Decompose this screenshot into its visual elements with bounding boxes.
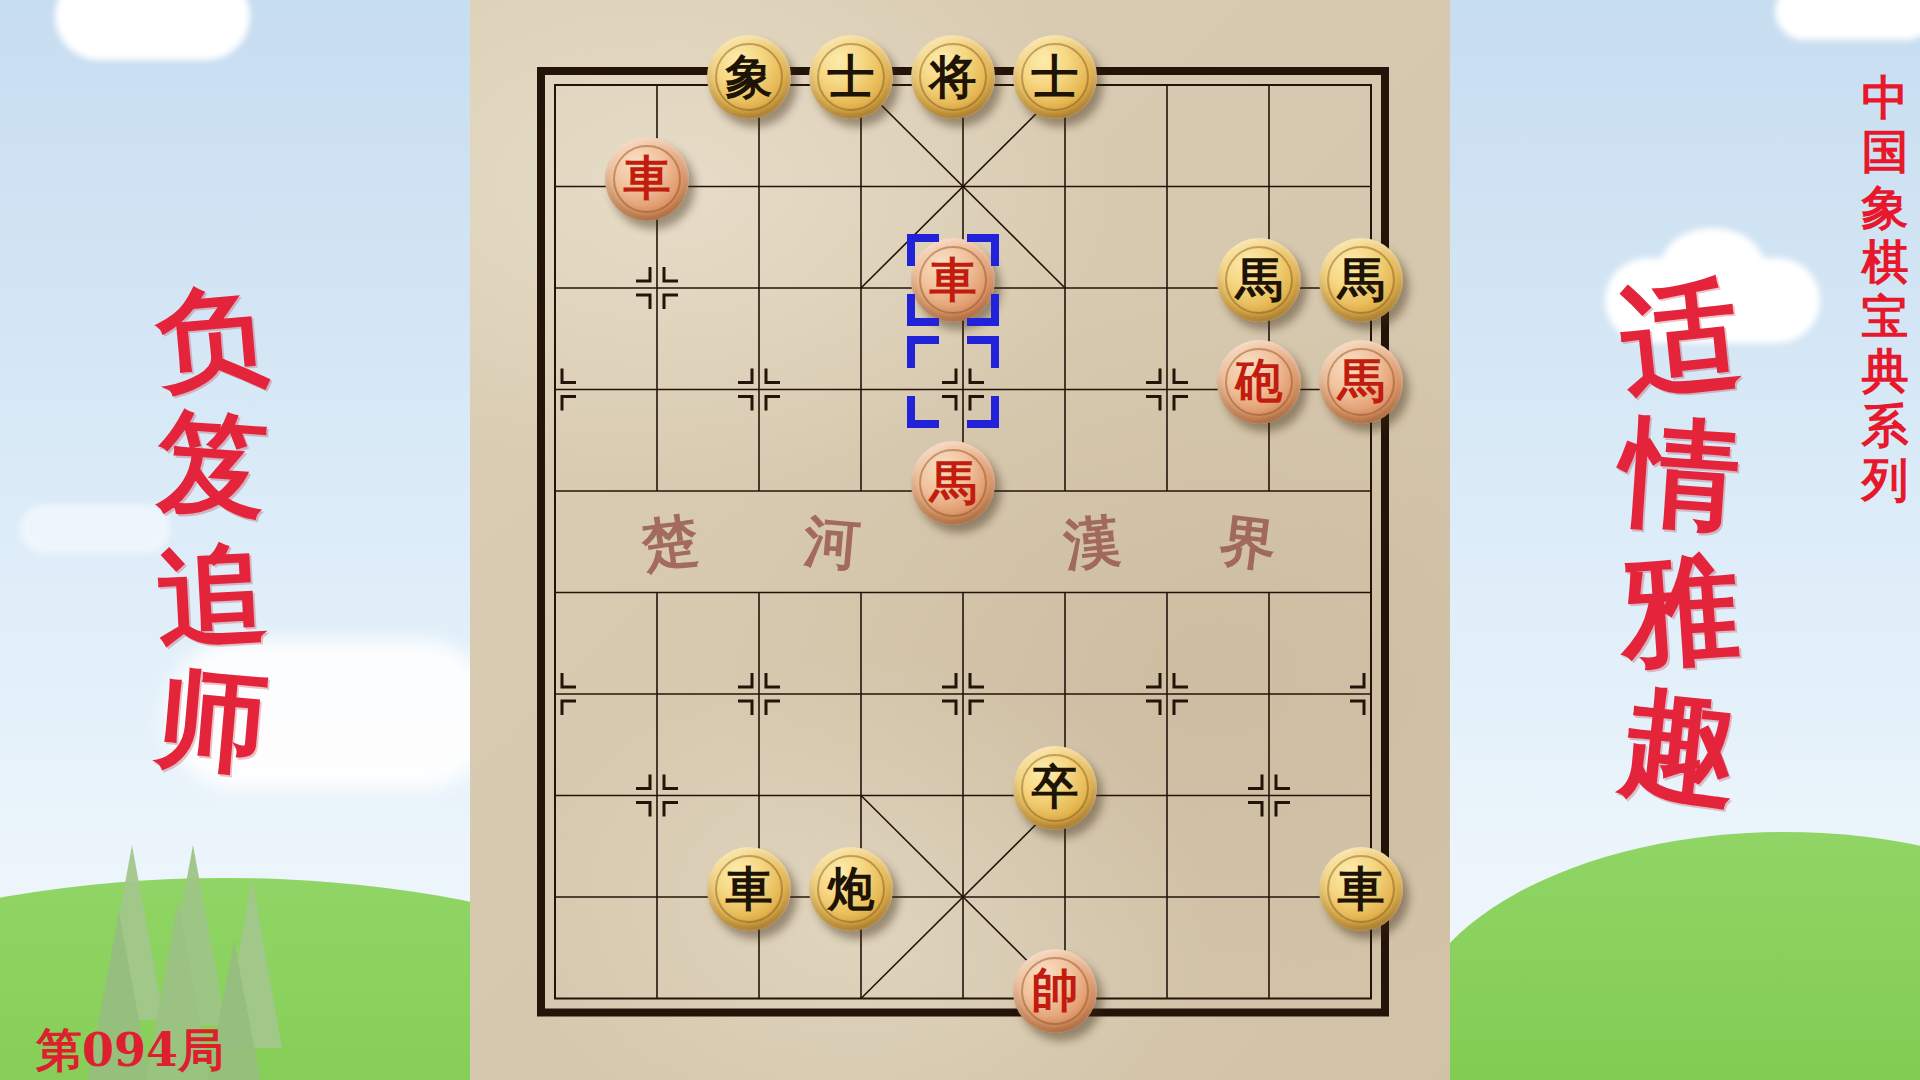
- piece-character: 砲: [1236, 357, 1283, 404]
- board-panel: 楚河漢界 象士将士車車馬馬砲馬馬卒車炮車帥: [470, 0, 1450, 1080]
- piece-red-砲[interactable]: 砲: [1217, 340, 1301, 424]
- piece-black-車[interactable]: 車: [1319, 847, 1403, 931]
- selection-brackets: [907, 336, 999, 428]
- piece-character: 車: [726, 865, 773, 912]
- hill-right: [1405, 832, 1920, 1080]
- piece-character: 帥: [1032, 966, 1079, 1013]
- piece-character: 士: [1032, 53, 1079, 100]
- title-character: 棋: [1862, 231, 1909, 294]
- piece-red-馬[interactable]: 馬: [1319, 340, 1403, 424]
- title-character: 国: [1862, 121, 1909, 184]
- piece-character: 馬: [1338, 256, 1385, 303]
- piece-character: 車: [624, 154, 671, 201]
- piece-character: 馬: [1338, 357, 1385, 404]
- piece-character: 車: [1338, 865, 1385, 912]
- piece-black-士[interactable]: 士: [1013, 35, 1097, 119]
- title-character: 列: [1862, 449, 1909, 512]
- piece-red-馬[interactable]: 馬: [911, 441, 995, 525]
- cloud-left-faint: [20, 505, 170, 553]
- cloud-top-right: [1775, 0, 1920, 40]
- piece-character: 馬: [930, 459, 977, 506]
- piece-black-将[interactable]: 将: [911, 35, 995, 119]
- piece-black-馬[interactable]: 馬: [1319, 238, 1403, 322]
- piece-character: 象: [726, 53, 773, 100]
- title-character: 趣: [1613, 662, 1747, 833]
- piece-red-帥[interactable]: 帥: [1013, 949, 1097, 1033]
- cloud-top-left: [55, 0, 250, 60]
- piece-black-士[interactable]: 士: [809, 35, 893, 119]
- piece-black-馬[interactable]: 馬: [1217, 238, 1301, 322]
- background-sky: 楚河漢界 象士将士車車馬馬砲馬馬卒車炮車帥 负笈追师 中国象棋宝典系列 适情雅趣…: [0, 0, 1920, 1080]
- piece-black-炮[interactable]: 炮: [809, 847, 893, 931]
- piece-character: 炮: [828, 865, 875, 912]
- piece-black-象[interactable]: 象: [707, 35, 791, 119]
- piece-red-車[interactable]: 車: [605, 137, 689, 221]
- episode-label: 第094局: [36, 1020, 224, 1080]
- piece-character: 馬: [1236, 256, 1283, 303]
- piece-character: 士: [828, 53, 875, 100]
- piece-black-車[interactable]: 車: [707, 847, 791, 931]
- piece-character: 将: [930, 53, 977, 100]
- piece-black-卒[interactable]: 卒: [1013, 746, 1097, 830]
- piece-character: 車: [930, 256, 977, 303]
- piece-red-車[interactable]: 車: [911, 238, 995, 322]
- piece-layer: 象士将士車車馬馬砲馬馬卒車炮車帥: [470, 0, 1450, 1080]
- title-character: 师: [151, 643, 274, 801]
- title-character: 典: [1862, 340, 1909, 403]
- piece-character: 卒: [1032, 763, 1079, 810]
